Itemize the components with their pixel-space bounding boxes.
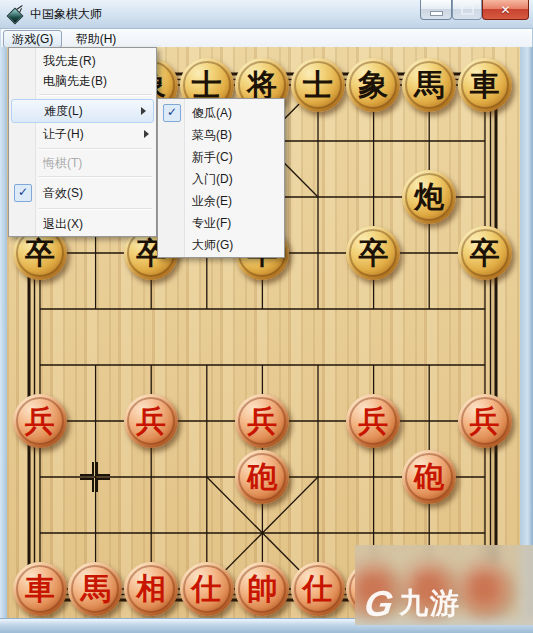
menubar-game[interactable]: 游戏(G)	[3, 30, 62, 48]
maximize-button[interactable]	[452, 0, 482, 20]
piece-red-r9c2[interactable]: 相	[123, 561, 179, 617]
window-border-right	[520, 47, 533, 618]
submenu-arrow-icon	[144, 130, 149, 138]
piece-black-r0c5[interactable]: 士	[290, 57, 346, 113]
menu-separator	[39, 91, 156, 99]
piece-black-r2c7[interactable]: 炮	[401, 169, 457, 225]
check-icon: ✓	[163, 104, 181, 122]
blurred-piece	[461, 566, 507, 612]
menu-item-sound[interactable]: ✓音效(S)	[9, 181, 156, 205]
piece-black-r3c6[interactable]: 卒	[346, 225, 402, 281]
menu-separator	[39, 205, 156, 213]
maximize-icon	[461, 4, 474, 15]
submenu-arrow-icon	[141, 107, 146, 115]
game-menu: 我先走(R) 电脑先走(B) 难度(L) 让子(H) 悔棋(T) ✓音效(S) …	[8, 47, 157, 237]
minimize-icon	[430, 11, 443, 16]
watermark-g-icon: G	[362, 583, 396, 625]
piece-red-r6c0[interactable]: 兵	[12, 393, 68, 449]
menu-item-handicap[interactable]: 让子(H)	[9, 123, 156, 145]
piece-red-r9c5[interactable]: 仕	[290, 561, 346, 617]
check-icon: ✓	[14, 184, 32, 202]
menu-bar: 游戏(G) 帮助(H)	[1, 29, 532, 48]
menu-separator	[39, 173, 156, 181]
submenu-item-fool[interactable]: ✓傻瓜(A)	[158, 102, 284, 124]
piece-red-r9c1[interactable]: 馬	[68, 561, 124, 617]
minimize-button[interactable]	[420, 0, 452, 20]
submenu-item-rookie[interactable]: 菜鸟(B)	[158, 124, 284, 146]
app-window: 中国象棋大师 ✕ 游戏(G) 帮助(H)	[0, 0, 533, 633]
watermark-text: 九游	[399, 584, 461, 624]
app-icon	[8, 6, 24, 22]
submenu-item-professional[interactable]: 专业(F)	[158, 212, 284, 234]
menu-item-difficulty[interactable]: 难度(L)	[11, 99, 154, 123]
watermark-logo: G 九游	[365, 583, 461, 625]
menubar-help[interactable]: 帮助(H)	[68, 31, 125, 47]
submenu-item-master[interactable]: 大师(G)	[158, 234, 284, 256]
last-move-origin-marker	[68, 449, 124, 505]
menu-item-computer-first[interactable]: 电脑先走(B)	[9, 71, 156, 91]
piece-red-r6c2[interactable]: 兵	[123, 393, 179, 449]
piece-red-r6c6[interactable]: 兵	[346, 393, 402, 449]
menu-separator	[39, 145, 156, 153]
menu-item-undo[interactable]: 悔棋(T)	[9, 153, 156, 173]
piece-red-r9c0[interactable]: 車	[12, 561, 68, 617]
window-controls: ✕	[420, 0, 529, 20]
window-title: 中国象棋大师	[30, 0, 102, 28]
piece-red-r7c7[interactable]: 砲	[401, 449, 457, 505]
piece-red-r9c4[interactable]: 帥	[234, 561, 290, 617]
submenu-item-amateur[interactable]: 业余(E)	[158, 190, 284, 212]
piece-red-r6c4[interactable]: 兵	[234, 393, 290, 449]
piece-black-r0c8[interactable]: 車	[457, 57, 513, 113]
submenu-item-novice[interactable]: 新手(C)	[158, 146, 284, 168]
title-bar: 中国象棋大师 ✕	[0, 0, 533, 29]
piece-black-r0c7[interactable]: 馬	[401, 57, 457, 113]
submenu-item-beginner[interactable]: 入门(D)	[158, 168, 284, 190]
close-button[interactable]: ✕	[482, 0, 529, 20]
window-border-left	[0, 47, 7, 618]
menu-item-exit[interactable]: 退出(X)	[9, 213, 156, 235]
close-icon: ✕	[500, 3, 510, 17]
difficulty-submenu: ✓傻瓜(A) 菜鸟(B) 新手(C) 入门(D) 业余(E) 专业(F) 大师(…	[157, 98, 285, 258]
menu-item-i-move-first[interactable]: 我先走(R)	[9, 51, 156, 71]
piece-black-r0c6[interactable]: 象	[346, 57, 402, 113]
piece-red-r6c8[interactable]: 兵	[457, 393, 513, 449]
piece-red-r7c4[interactable]: 砲	[234, 449, 290, 505]
piece-red-r9c3[interactable]: 仕	[179, 561, 235, 617]
watermark-blur-region: G 九游	[355, 545, 533, 625]
piece-black-r3c8[interactable]: 卒	[457, 225, 513, 281]
